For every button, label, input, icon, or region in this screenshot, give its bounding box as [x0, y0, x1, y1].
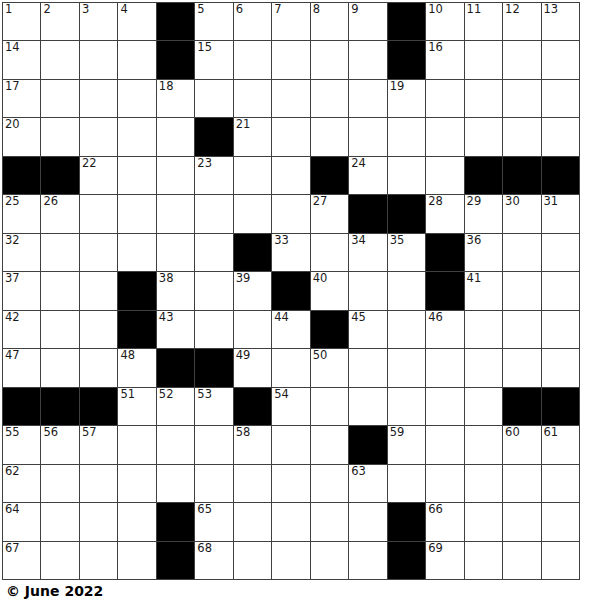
white-cell-r13-c15[interactable] — [542, 465, 579, 502]
white-cell-r6-c8[interactable] — [272, 195, 309, 232]
white-cell-r3-c6[interactable] — [195, 80, 232, 117]
clue-number-49: 49 — [236, 349, 251, 362]
white-cell-r12-c14[interactable]: 60 — [503, 426, 540, 463]
white-cell-r8-c6[interactable] — [195, 272, 232, 309]
clue-number-69: 69 — [428, 542, 443, 555]
white-cell-r6-c3[interactable] — [80, 195, 117, 232]
white-cell-r7-c10[interactable]: 34 — [349, 234, 386, 271]
black-cell-r8-c8 — [272, 272, 309, 309]
white-cell-r6-c1[interactable]: 25 — [3, 195, 40, 232]
black-cell-r11-c15 — [542, 388, 579, 425]
clue-number-14: 14 — [5, 41, 20, 54]
clue-number-31: 31 — [544, 195, 559, 208]
clue-number-3: 3 — [82, 3, 89, 16]
white-cell-r1-c14[interactable]: 12 — [503, 3, 540, 40]
white-cell-r3-c8[interactable] — [272, 80, 309, 117]
clue-number-35: 35 — [390, 234, 405, 247]
black-cell-r5-c1 — [3, 157, 40, 194]
black-cell-r5-c2 — [41, 157, 78, 194]
white-cell-r11-c6[interactable]: 53 — [195, 388, 232, 425]
white-cell-r4-c3[interactable] — [80, 118, 117, 155]
white-cell-r6-c2[interactable]: 26 — [41, 195, 78, 232]
white-cell-r8-c5[interactable]: 38 — [157, 272, 194, 309]
clue-number-17: 17 — [5, 80, 20, 93]
black-cell-r11-c2 — [41, 388, 78, 425]
black-cell-r2-c5 — [157, 41, 194, 78]
black-cell-r5-c15 — [542, 157, 579, 194]
white-cell-r9-c1[interactable]: 42 — [3, 311, 40, 348]
white-cell-r4-c2[interactable] — [41, 118, 78, 155]
clue-number-12: 12 — [505, 3, 520, 16]
white-cell-r7-c3[interactable] — [80, 234, 117, 271]
white-cell-r2-c1[interactable]: 14 — [3, 41, 40, 78]
white-cell-r9-c5[interactable]: 43 — [157, 311, 194, 348]
clue-number-63: 63 — [351, 465, 366, 478]
clue-number-7: 7 — [274, 3, 281, 16]
white-cell-r9-c2[interactable] — [41, 311, 78, 348]
clue-number-64: 64 — [5, 503, 20, 516]
clue-number-1: 1 — [5, 3, 12, 16]
white-cell-r11-c11[interactable] — [388, 388, 425, 425]
white-cell-r4-c13[interactable] — [465, 118, 502, 155]
white-cell-r10-c8[interactable] — [272, 349, 309, 386]
clue-number-44: 44 — [274, 311, 289, 324]
white-cell-r14-c2[interactable] — [41, 503, 78, 540]
white-cell-r14-c7[interactable] — [234, 503, 271, 540]
black-cell-r2-c11 — [388, 41, 425, 78]
white-cell-r15-c12[interactable]: 69 — [426, 542, 463, 579]
white-cell-r8-c1[interactable]: 37 — [3, 272, 40, 309]
white-cell-r14-c12[interactable]: 66 — [426, 503, 463, 540]
white-cell-r5-c5[interactable] — [157, 157, 194, 194]
white-cell-r11-c12[interactable] — [426, 388, 463, 425]
white-cell-r1-c4[interactable]: 4 — [118, 3, 155, 40]
white-cell-r4-c9[interactable] — [311, 118, 348, 155]
white-cell-r15-c10[interactable] — [349, 542, 386, 579]
white-cell-r3-c4[interactable] — [118, 80, 155, 117]
white-cell-r3-c13[interactable] — [465, 80, 502, 117]
white-cell-r10-c9[interactable]: 50 — [311, 349, 348, 386]
white-cell-r6-c5[interactable] — [157, 195, 194, 232]
white-cell-r3-c9[interactable] — [311, 80, 348, 117]
white-cell-r12-c1[interactable]: 55 — [3, 426, 40, 463]
white-cell-r8-c7[interactable]: 39 — [234, 272, 271, 309]
white-cell-r7-c8[interactable]: 33 — [272, 234, 309, 271]
white-cell-r1-c9[interactable]: 8 — [311, 3, 348, 40]
white-cell-r12-c11[interactable]: 59 — [388, 426, 425, 463]
white-cell-r6-c7[interactable] — [234, 195, 271, 232]
white-cell-r11-c13[interactable] — [465, 388, 502, 425]
clue-number-25: 25 — [5, 195, 20, 208]
white-cell-r7-c1[interactable]: 32 — [3, 234, 40, 271]
clue-number-36: 36 — [467, 234, 482, 247]
white-cell-r2-c15[interactable] — [542, 41, 579, 78]
white-cell-r2-c13[interactable] — [465, 41, 502, 78]
white-cell-r10-c10[interactable] — [349, 349, 386, 386]
white-cell-r1-c3[interactable]: 3 — [80, 3, 117, 40]
clue-number-20: 20 — [5, 118, 20, 131]
clue-number-9: 9 — [351, 3, 358, 16]
black-cell-r14-c11 — [388, 503, 425, 540]
white-cell-r9-c15[interactable] — [542, 311, 579, 348]
black-cell-r6-c11 — [388, 195, 425, 232]
white-cell-r12-c5[interactable] — [157, 426, 194, 463]
black-cell-r15-c5 — [157, 542, 194, 579]
white-cell-r15-c9[interactable] — [311, 542, 348, 579]
white-cell-r15-c6[interactable]: 68 — [195, 542, 232, 579]
black-cell-r8-c12 — [426, 272, 463, 309]
clue-number-37: 37 — [5, 272, 20, 285]
clue-number-61: 61 — [544, 426, 559, 439]
white-cell-r12-c3[interactable]: 57 — [80, 426, 117, 463]
clue-number-60: 60 — [505, 426, 520, 439]
white-cell-r4-c10[interactable] — [349, 118, 386, 155]
white-cell-r2-c2[interactable] — [41, 41, 78, 78]
black-cell-r4-c6 — [195, 118, 232, 155]
white-cell-r6-c14[interactable]: 30 — [503, 195, 540, 232]
white-cell-r11-c4[interactable]: 51 — [118, 388, 155, 425]
white-cell-r6-c13[interactable]: 29 — [465, 195, 502, 232]
white-cell-r13-c6[interactable] — [195, 465, 232, 502]
white-cell-r12-c6[interactable] — [195, 426, 232, 463]
clue-number-42: 42 — [5, 311, 20, 324]
white-cell-r9-c12[interactable]: 46 — [426, 311, 463, 348]
clue-number-43: 43 — [159, 311, 174, 324]
white-cell-r8-c9[interactable]: 40 — [311, 272, 348, 309]
white-cell-r5-c6[interactable]: 23 — [195, 157, 232, 194]
black-cell-r11-c7 — [234, 388, 271, 425]
white-cell-r14-c1[interactable]: 64 — [3, 503, 40, 540]
clue-number-59: 59 — [390, 426, 405, 439]
white-cell-r2-c9[interactable] — [311, 41, 348, 78]
white-cell-r8-c15[interactable] — [542, 272, 579, 309]
black-cell-r11-c1 — [3, 388, 40, 425]
white-cell-r12-c4[interactable] — [118, 426, 155, 463]
white-cell-r14-c6[interactable]: 65 — [195, 503, 232, 540]
white-cell-r4-c12[interactable] — [426, 118, 463, 155]
white-cell-r9-c13[interactable] — [465, 311, 502, 348]
black-cell-r10-c6 — [195, 349, 232, 386]
clue-number-33: 33 — [274, 234, 289, 247]
white-cell-r6-c15[interactable]: 31 — [542, 195, 579, 232]
white-cell-r5-c8[interactable] — [272, 157, 309, 194]
crossword-board: 1234567891011121314151617181920212223242… — [0, 0, 600, 599]
white-cell-r7-c13[interactable]: 36 — [465, 234, 502, 271]
clue-number-30: 30 — [505, 195, 520, 208]
black-cell-r9-c9 — [311, 311, 348, 348]
black-cell-r15-c11 — [388, 542, 425, 579]
white-cell-r2-c6[interactable]: 15 — [195, 41, 232, 78]
white-cell-r4-c1[interactable]: 20 — [3, 118, 40, 155]
white-cell-r4-c7[interactable]: 21 — [234, 118, 271, 155]
clue-number-53: 53 — [197, 388, 212, 401]
clue-number-15: 15 — [197, 41, 212, 54]
white-cell-r15-c2[interactable] — [41, 542, 78, 579]
white-cell-r5-c12[interactable] — [426, 157, 463, 194]
white-cell-r5-c10[interactable]: 24 — [349, 157, 386, 194]
white-cell-r15-c15[interactable] — [542, 542, 579, 579]
white-cell-r13-c14[interactable] — [503, 465, 540, 502]
crossword-grid: 1234567891011121314151617181920212223242… — [2, 2, 580, 580]
white-cell-r14-c14[interactable] — [503, 503, 540, 540]
clue-number-28: 28 — [428, 195, 443, 208]
white-cell-r5-c7[interactable] — [234, 157, 271, 194]
white-cell-r13-c9[interactable] — [311, 465, 348, 502]
white-cell-r7-c4[interactable] — [118, 234, 155, 271]
white-cell-r5-c3[interactable]: 22 — [80, 157, 117, 194]
white-cell-r2-c3[interactable] — [80, 41, 117, 78]
white-cell-r12-c13[interactable] — [465, 426, 502, 463]
white-cell-r15-c7[interactable] — [234, 542, 271, 579]
clue-number-66: 66 — [428, 503, 443, 516]
clue-number-18: 18 — [159, 80, 174, 93]
white-cell-r14-c10[interactable] — [349, 503, 386, 540]
white-cell-r8-c14[interactable] — [503, 272, 540, 309]
white-cell-r3-c15[interactable] — [542, 80, 579, 117]
clue-number-40: 40 — [313, 272, 328, 285]
white-cell-r6-c9[interactable]: 27 — [311, 195, 348, 232]
white-cell-r15-c3[interactable] — [80, 542, 117, 579]
white-cell-r13-c1[interactable]: 62 — [3, 465, 40, 502]
clue-number-5: 5 — [197, 3, 204, 16]
clue-number-62: 62 — [5, 465, 20, 478]
white-cell-r2-c8[interactable] — [272, 41, 309, 78]
black-cell-r14-c5 — [157, 503, 194, 540]
white-cell-r3-c1[interactable]: 17 — [3, 80, 40, 117]
white-cell-r7-c11[interactable]: 35 — [388, 234, 425, 271]
clue-number-13: 13 — [544, 3, 559, 16]
white-cell-r9-c14[interactable] — [503, 311, 540, 348]
white-cell-r6-c12[interactable]: 28 — [426, 195, 463, 232]
clue-number-11: 11 — [467, 3, 482, 16]
white-cell-r13-c3[interactable] — [80, 465, 117, 502]
white-cell-r12-c8[interactable] — [272, 426, 309, 463]
white-cell-r14-c13[interactable] — [465, 503, 502, 540]
white-cell-r10-c3[interactable] — [80, 349, 117, 386]
white-cell-r1-c13[interactable]: 11 — [465, 3, 502, 40]
white-cell-r14-c3[interactable] — [80, 503, 117, 540]
white-cell-r2-c14[interactable] — [503, 41, 540, 78]
white-cell-r3-c11[interactable]: 19 — [388, 80, 425, 117]
clue-number-27: 27 — [313, 195, 328, 208]
white-cell-r15-c8[interactable] — [272, 542, 309, 579]
copyright: © June 2022 — [6, 583, 600, 599]
clue-number-54: 54 — [274, 388, 289, 401]
clue-number-47: 47 — [5, 349, 20, 362]
clue-number-58: 58 — [236, 426, 251, 439]
white-cell-r12-c2[interactable]: 56 — [41, 426, 78, 463]
white-cell-r10-c15[interactable] — [542, 349, 579, 386]
black-cell-r1-c11 — [388, 3, 425, 40]
white-cell-r9-c11[interactable] — [388, 311, 425, 348]
black-cell-r7-c7 — [234, 234, 271, 271]
white-cell-r3-c14[interactable] — [503, 80, 540, 117]
white-cell-r9-c7[interactable] — [234, 311, 271, 348]
clue-number-65: 65 — [197, 503, 212, 516]
white-cell-r9-c3[interactable] — [80, 311, 117, 348]
black-cell-r9-c4 — [118, 311, 155, 348]
white-cell-r15-c4[interactable] — [118, 542, 155, 579]
white-cell-r12-c9[interactable] — [311, 426, 348, 463]
white-cell-r8-c13[interactable]: 41 — [465, 272, 502, 309]
white-cell-r1-c1[interactable]: 1 — [3, 3, 40, 40]
clue-number-52: 52 — [159, 388, 174, 401]
white-cell-r8-c10[interactable] — [349, 272, 386, 309]
white-cell-r15-c13[interactable] — [465, 542, 502, 579]
white-cell-r10-c12[interactable] — [426, 349, 463, 386]
clue-number-68: 68 — [197, 542, 212, 555]
white-cell-r1-c12[interactable]: 10 — [426, 3, 463, 40]
white-cell-r3-c7[interactable] — [234, 80, 271, 117]
white-cell-r8-c2[interactable] — [41, 272, 78, 309]
white-cell-r10-c4[interactable]: 48 — [118, 349, 155, 386]
white-cell-r14-c4[interactable] — [118, 503, 155, 540]
white-cell-r13-c7[interactable] — [234, 465, 271, 502]
white-cell-r4-c5[interactable] — [157, 118, 194, 155]
white-cell-r4-c15[interactable] — [542, 118, 579, 155]
white-cell-r1-c8[interactable]: 7 — [272, 3, 309, 40]
clue-number-48: 48 — [120, 349, 135, 362]
white-cell-r5-c4[interactable] — [118, 157, 155, 194]
black-cell-r5-c13 — [465, 157, 502, 194]
black-cell-r11-c14 — [503, 388, 540, 425]
white-cell-r2-c7[interactable] — [234, 41, 271, 78]
white-cell-r7-c15[interactable] — [542, 234, 579, 271]
white-cell-r14-c8[interactable] — [272, 503, 309, 540]
clue-number-32: 32 — [5, 234, 20, 247]
clue-number-57: 57 — [82, 426, 97, 439]
white-cell-r7-c14[interactable] — [503, 234, 540, 271]
white-cell-r11-c8[interactable]: 54 — [272, 388, 309, 425]
white-cell-r3-c3[interactable] — [80, 80, 117, 117]
white-cell-r7-c2[interactable] — [41, 234, 78, 271]
black-cell-r1-c5 — [157, 3, 194, 40]
white-cell-r6-c4[interactable] — [118, 195, 155, 232]
clue-number-19: 19 — [390, 80, 405, 93]
clue-number-24: 24 — [351, 157, 366, 170]
white-cell-r10-c1[interactable]: 47 — [3, 349, 40, 386]
white-cell-r3-c10[interactable] — [349, 80, 386, 117]
white-cell-r3-c12[interactable] — [426, 80, 463, 117]
clue-number-55: 55 — [5, 426, 20, 439]
white-cell-r3-c2[interactable] — [41, 80, 78, 117]
white-cell-r8-c11[interactable] — [388, 272, 425, 309]
white-cell-r4-c8[interactable] — [272, 118, 309, 155]
white-cell-r13-c10[interactable]: 63 — [349, 465, 386, 502]
white-cell-r4-c4[interactable] — [118, 118, 155, 155]
clue-number-26: 26 — [43, 195, 58, 208]
white-cell-r2-c12[interactable]: 16 — [426, 41, 463, 78]
clue-number-29: 29 — [467, 195, 482, 208]
clue-number-38: 38 — [159, 272, 174, 285]
white-cell-r14-c9[interactable] — [311, 503, 348, 540]
white-cell-r9-c6[interactable] — [195, 311, 232, 348]
black-cell-r7-c12 — [426, 234, 463, 271]
clue-number-10: 10 — [428, 3, 443, 16]
white-cell-r13-c11[interactable] — [388, 465, 425, 502]
white-cell-r1-c15[interactable]: 13 — [542, 3, 579, 40]
white-cell-r12-c7[interactable]: 58 — [234, 426, 271, 463]
white-cell-r13-c12[interactable] — [426, 465, 463, 502]
clue-number-67: 67 — [5, 542, 20, 555]
white-cell-r1-c6[interactable]: 5 — [195, 3, 232, 40]
white-cell-r6-c6[interactable] — [195, 195, 232, 232]
white-cell-r1-c10[interactable]: 9 — [349, 3, 386, 40]
black-cell-r11-c3 — [80, 388, 117, 425]
clue-number-50: 50 — [313, 349, 328, 362]
clue-number-39: 39 — [236, 272, 251, 285]
clue-number-46: 46 — [428, 311, 443, 324]
white-cell-r7-c6[interactable] — [195, 234, 232, 271]
white-cell-r1-c2[interactable]: 2 — [41, 3, 78, 40]
white-cell-r13-c2[interactable] — [41, 465, 78, 502]
white-cell-r13-c8[interactable] — [272, 465, 309, 502]
clue-number-16: 16 — [428, 41, 443, 54]
white-cell-r10-c7[interactable]: 49 — [234, 349, 271, 386]
white-cell-r3-c5[interactable]: 18 — [157, 80, 194, 117]
white-cell-r14-c15[interactable] — [542, 503, 579, 540]
white-cell-r12-c12[interactable] — [426, 426, 463, 463]
white-cell-r1-c7[interactable]: 6 — [234, 3, 271, 40]
white-cell-r7-c5[interactable] — [157, 234, 194, 271]
white-cell-r11-c5[interactable]: 52 — [157, 388, 194, 425]
white-cell-r10-c11[interactable] — [388, 349, 425, 386]
clue-number-22: 22 — [82, 157, 97, 170]
white-cell-r13-c4[interactable] — [118, 465, 155, 502]
white-cell-r12-c15[interactable]: 61 — [542, 426, 579, 463]
white-cell-r10-c2[interactable] — [41, 349, 78, 386]
white-cell-r5-c11[interactable] — [388, 157, 425, 194]
black-cell-r6-c10 — [349, 195, 386, 232]
black-cell-r10-c5 — [157, 349, 194, 386]
clue-number-34: 34 — [351, 234, 366, 247]
clue-number-56: 56 — [43, 426, 58, 439]
black-cell-r12-c10 — [349, 426, 386, 463]
clue-number-41: 41 — [467, 272, 482, 285]
white-cell-r4-c14[interactable] — [503, 118, 540, 155]
clue-number-4: 4 — [120, 3, 127, 16]
clue-number-23: 23 — [197, 157, 212, 170]
clue-number-51: 51 — [120, 388, 135, 401]
white-cell-r15-c14[interactable] — [503, 542, 540, 579]
white-cell-r15-c1[interactable]: 67 — [3, 542, 40, 579]
white-cell-r2-c10[interactable] — [349, 41, 386, 78]
white-cell-r9-c8[interactable]: 44 — [272, 311, 309, 348]
white-cell-r13-c5[interactable] — [157, 465, 194, 502]
clue-number-2: 2 — [43, 3, 50, 16]
black-cell-r5-c9 — [311, 157, 348, 194]
white-cell-r8-c3[interactable] — [80, 272, 117, 309]
black-cell-r8-c4 — [118, 272, 155, 309]
white-cell-r10-c13[interactable] — [465, 349, 502, 386]
white-cell-r2-c4[interactable] — [118, 41, 155, 78]
white-cell-r11-c9[interactable] — [311, 388, 348, 425]
clue-number-6: 6 — [236, 3, 243, 16]
clue-number-8: 8 — [313, 3, 320, 16]
white-cell-r7-c9[interactable] — [311, 234, 348, 271]
clue-number-21: 21 — [236, 118, 251, 131]
white-cell-r11-c10[interactable] — [349, 388, 386, 425]
white-cell-r4-c11[interactable] — [388, 118, 425, 155]
white-cell-r9-c10[interactable]: 45 — [349, 311, 386, 348]
white-cell-r10-c14[interactable] — [503, 349, 540, 386]
black-cell-r5-c14 — [503, 157, 540, 194]
clue-number-45: 45 — [351, 311, 366, 324]
white-cell-r13-c13[interactable] — [465, 465, 502, 502]
